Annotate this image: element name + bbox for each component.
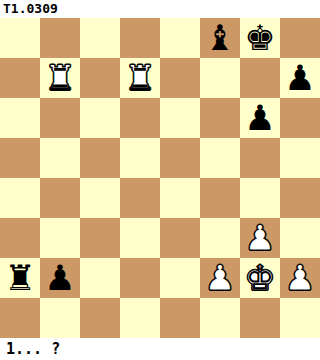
- square-e3[interactable]: [160, 218, 200, 258]
- square-e2[interactable]: [160, 258, 200, 298]
- square-c7[interactable]: [80, 58, 120, 98]
- square-a3[interactable]: [0, 218, 40, 258]
- black-pawn-b2: ♟: [44, 258, 75, 298]
- square-c6[interactable]: [80, 98, 120, 138]
- square-h1[interactable]: [280, 298, 320, 338]
- square-b3[interactable]: [40, 218, 80, 258]
- square-b2[interactable]: ♟: [40, 258, 80, 298]
- square-c3[interactable]: [80, 218, 120, 258]
- move-prompt: 1... ?: [0, 338, 320, 360]
- square-g6[interactable]: ♟: [240, 98, 280, 138]
- square-h7[interactable]: ♟: [280, 58, 320, 98]
- square-f8[interactable]: ♝: [200, 18, 240, 58]
- square-c2[interactable]: [80, 258, 120, 298]
- white-pawn-h2: ♟: [284, 258, 315, 298]
- square-f4[interactable]: [200, 178, 240, 218]
- square-b4[interactable]: [40, 178, 80, 218]
- square-g5[interactable]: [240, 138, 280, 178]
- black-king-g8: ♚: [244, 18, 275, 58]
- square-d7[interactable]: ♜: [120, 58, 160, 98]
- square-a4[interactable]: [0, 178, 40, 218]
- square-f1[interactable]: [200, 298, 240, 338]
- square-b7[interactable]: ♜: [40, 58, 80, 98]
- black-rook-a2: ♜: [4, 258, 35, 298]
- square-a6[interactable]: [0, 98, 40, 138]
- square-g1[interactable]: [240, 298, 280, 338]
- square-d4[interactable]: [120, 178, 160, 218]
- square-e5[interactable]: [160, 138, 200, 178]
- square-a1[interactable]: [0, 298, 40, 338]
- square-b5[interactable]: [40, 138, 80, 178]
- black-pawn-h7: ♟: [284, 58, 315, 98]
- white-rook-b7: ♜: [44, 58, 75, 98]
- chess-board: ♝♚♜♜♟♟♟♜♟♟♚♟: [0, 18, 320, 338]
- square-a8[interactable]: [0, 18, 40, 58]
- square-h2[interactable]: ♟: [280, 258, 320, 298]
- square-f3[interactable]: [200, 218, 240, 258]
- square-d2[interactable]: [120, 258, 160, 298]
- square-b8[interactable]: [40, 18, 80, 58]
- square-h3[interactable]: [280, 218, 320, 258]
- square-g4[interactable]: [240, 178, 280, 218]
- white-pawn-f2: ♟: [204, 258, 235, 298]
- square-a5[interactable]: [0, 138, 40, 178]
- square-b6[interactable]: [40, 98, 80, 138]
- square-d1[interactable]: [120, 298, 160, 338]
- square-c1[interactable]: [80, 298, 120, 338]
- square-c4[interactable]: [80, 178, 120, 218]
- square-g8[interactable]: ♚: [240, 18, 280, 58]
- square-e7[interactable]: [160, 58, 200, 98]
- square-h6[interactable]: [280, 98, 320, 138]
- square-f5[interactable]: [200, 138, 240, 178]
- square-e1[interactable]: [160, 298, 200, 338]
- square-h4[interactable]: [280, 178, 320, 218]
- square-f2[interactable]: ♟: [200, 258, 240, 298]
- square-e8[interactable]: [160, 18, 200, 58]
- black-pawn-g6: ♟: [244, 98, 275, 138]
- square-d3[interactable]: [120, 218, 160, 258]
- square-e4[interactable]: [160, 178, 200, 218]
- square-c8[interactable]: [80, 18, 120, 58]
- square-f6[interactable]: [200, 98, 240, 138]
- square-g7[interactable]: [240, 58, 280, 98]
- square-g3[interactable]: ♟: [240, 218, 280, 258]
- white-king-g2: ♚: [244, 258, 275, 298]
- square-f7[interactable]: [200, 58, 240, 98]
- square-h8[interactable]: [280, 18, 320, 58]
- square-d8[interactable]: [120, 18, 160, 58]
- square-c5[interactable]: [80, 138, 120, 178]
- square-h5[interactable]: [280, 138, 320, 178]
- white-pawn-g3: ♟: [244, 218, 275, 258]
- black-bishop-f8: ♝: [204, 18, 235, 58]
- square-a7[interactable]: [0, 58, 40, 98]
- square-g2[interactable]: ♚: [240, 258, 280, 298]
- square-d6[interactable]: [120, 98, 160, 138]
- square-d5[interactable]: [120, 138, 160, 178]
- square-a2[interactable]: ♜: [0, 258, 40, 298]
- white-rook-d7: ♜: [124, 58, 155, 98]
- square-b1[interactable]: [40, 298, 80, 338]
- square-e6[interactable]: [160, 98, 200, 138]
- puzzle-id: T1.0309: [0, 0, 320, 18]
